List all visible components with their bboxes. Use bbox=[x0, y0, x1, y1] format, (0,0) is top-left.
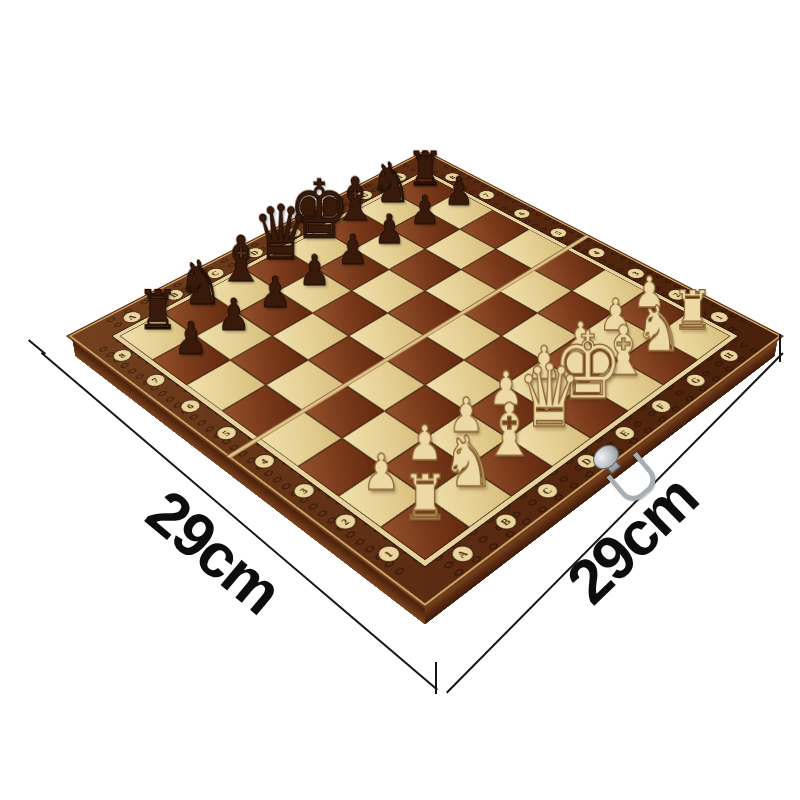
coord-rank-4: 4 bbox=[583, 246, 608, 260]
chess-pawn-icon: ♟ bbox=[374, 210, 405, 249]
chess-rook-icon: ♜ bbox=[137, 285, 178, 336]
chess-pawn-icon: ♟ bbox=[444, 173, 474, 210]
product-photo-stage: ABCDEFGH ABCDEFGH 87654321 87654321 ♜♞♝♛… bbox=[0, 0, 800, 800]
coord-rank-1: 1 bbox=[372, 542, 404, 565]
coord-rank-5: 5 bbox=[546, 226, 571, 240]
coord-rank-3: 3 bbox=[288, 480, 318, 501]
coord-rank-2: 2 bbox=[329, 511, 360, 533]
coord-file-a: A bbox=[446, 542, 478, 565]
chess-pawn-icon: ♟ bbox=[174, 317, 208, 360]
coord-rank-5: 5 bbox=[211, 423, 240, 442]
coord-rank-7: 7 bbox=[141, 371, 169, 389]
chess-rook-icon: ♜ bbox=[401, 468, 448, 528]
coord-rank-6: 6 bbox=[175, 397, 203, 416]
coord-file-f: F bbox=[646, 397, 674, 416]
coord-file-c: C bbox=[531, 480, 561, 501]
coord-file-h: H bbox=[715, 347, 742, 364]
chess-pawn-icon: ♟ bbox=[259, 272, 291, 313]
chess-pawn-icon: ♟ bbox=[299, 251, 331, 291]
chess-pawn-icon: ♟ bbox=[407, 420, 444, 466]
square-c4 bbox=[345, 360, 425, 411]
coord-file-e: E bbox=[610, 423, 639, 442]
coord-file-b: B bbox=[490, 511, 521, 533]
chess-rook-icon: ♜ bbox=[407, 147, 443, 192]
chess-pawn-icon: ♟ bbox=[410, 191, 440, 229]
chess-pawn-icon: ♟ bbox=[337, 230, 368, 269]
chess-pawn-icon: ♟ bbox=[218, 294, 251, 336]
chess-knight-icon: ♞ bbox=[442, 429, 495, 496]
dimension-tick-top-left bbox=[28, 339, 46, 355]
dimension-tick-bottom bbox=[435, 662, 437, 694]
dimension-tick-right bbox=[779, 334, 781, 362]
coord-rank-4: 4 bbox=[249, 451, 279, 471]
coord-file-g: G bbox=[681, 371, 709, 389]
coord-rank-6: 6 bbox=[509, 207, 533, 220]
coord-rank-8: 8 bbox=[108, 347, 135, 364]
chess-pawn-icon: ♟ bbox=[363, 449, 401, 497]
square-f4 bbox=[462, 291, 537, 336]
coord-rank-7: 7 bbox=[474, 189, 498, 202]
